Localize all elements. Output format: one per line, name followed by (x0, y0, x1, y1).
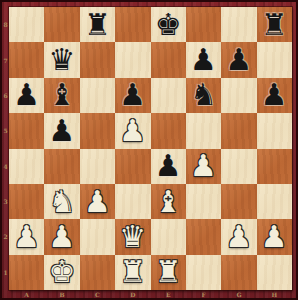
square-d5[interactable]: ♟ (115, 113, 150, 148)
piece-white-pawn[interactable]: ♟ (186, 149, 221, 184)
square-f4[interactable]: ♟ (186, 149, 221, 184)
square-h6[interactable]: ♟ (257, 78, 292, 113)
square-b7[interactable]: ♛ (44, 42, 79, 77)
square-a2[interactable]: ♟ (9, 219, 44, 254)
square-a7[interactable] (9, 42, 44, 77)
square-h5[interactable] (257, 113, 292, 148)
square-d2[interactable]: ♛ (115, 219, 150, 254)
square-f2[interactable] (186, 219, 221, 254)
square-c1[interactable] (80, 255, 115, 290)
square-e5[interactable] (151, 113, 186, 148)
chessboard-frame: 87654321 ABCDEFGH ♜♚♜♛♟♟♟♝♟♞♟♟♟♟♟♞♟♝♟♟♛♟… (0, 0, 298, 300)
square-f8[interactable] (186, 7, 221, 42)
square-h1[interactable] (257, 255, 292, 290)
piece-black-knight[interactable]: ♞ (186, 78, 221, 113)
square-f3[interactable] (186, 184, 221, 219)
square-g4[interactable] (221, 149, 256, 184)
file-labels: ABCDEFGH (9, 290, 292, 299)
square-b1[interactable]: ♚ (44, 255, 79, 290)
square-f5[interactable] (186, 113, 221, 148)
square-h4[interactable] (257, 149, 292, 184)
square-d4[interactable] (115, 149, 150, 184)
square-e2[interactable] (151, 219, 186, 254)
square-a5[interactable] (9, 113, 44, 148)
square-c7[interactable] (80, 42, 115, 77)
square-e7[interactable] (151, 42, 186, 77)
square-a4[interactable] (9, 149, 44, 184)
rank-label-7: 7 (2, 42, 9, 77)
piece-black-pawn[interactable]: ♟ (115, 78, 150, 113)
square-g7[interactable]: ♟ (221, 42, 256, 77)
piece-white-pawn[interactable]: ♟ (257, 219, 292, 254)
file-label-b: B (44, 290, 79, 299)
piece-white-queen[interactable]: ♛ (115, 219, 150, 254)
square-e4[interactable]: ♟ (151, 149, 186, 184)
file-label-c: C (80, 290, 115, 299)
square-f6[interactable]: ♞ (186, 78, 221, 113)
piece-white-pawn[interactable]: ♟ (44, 219, 79, 254)
square-g3[interactable] (221, 184, 256, 219)
piece-black-king[interactable]: ♚ (151, 7, 186, 42)
square-d7[interactable] (115, 42, 150, 77)
square-d3[interactable] (115, 184, 150, 219)
square-b2[interactable]: ♟ (44, 219, 79, 254)
square-g6[interactable] (221, 78, 256, 113)
rank-label-6: 6 (2, 78, 9, 113)
square-a3[interactable] (9, 184, 44, 219)
square-e3[interactable]: ♝ (151, 184, 186, 219)
file-label-a: A (9, 290, 44, 299)
piece-black-pawn[interactable]: ♟ (257, 78, 292, 113)
piece-white-pawn[interactable]: ♟ (80, 184, 115, 219)
file-label-f: F (186, 290, 221, 299)
square-e1[interactable]: ♜ (151, 255, 186, 290)
square-a1[interactable] (9, 255, 44, 290)
piece-black-pawn[interactable]: ♟ (186, 42, 221, 77)
square-a6[interactable]: ♟ (9, 78, 44, 113)
piece-white-rook[interactable]: ♜ (115, 255, 150, 290)
rank-label-8: 8 (2, 7, 9, 42)
chessboard[interactable]: ♜♚♜♛♟♟♟♝♟♞♟♟♟♟♟♞♟♝♟♟♛♟♟♚♜♜ (9, 7, 292, 290)
piece-white-pawn[interactable]: ♟ (115, 113, 150, 148)
square-d1[interactable]: ♜ (115, 255, 150, 290)
piece-black-queen[interactable]: ♛ (44, 42, 79, 77)
piece-black-pawn[interactable]: ♟ (221, 42, 256, 77)
rank-labels: 87654321 (2, 7, 9, 290)
piece-white-bishop[interactable]: ♝ (151, 184, 186, 219)
square-b6[interactable]: ♝ (44, 78, 79, 113)
file-label-h: H (257, 290, 292, 299)
square-g1[interactable] (221, 255, 256, 290)
file-label-d: D (115, 290, 150, 299)
square-a8[interactable] (9, 7, 44, 42)
rank-label-5: 5 (2, 113, 9, 148)
square-d6[interactable]: ♟ (115, 78, 150, 113)
file-label-e: E (151, 290, 186, 299)
rank-label-3: 3 (2, 184, 9, 219)
square-g2[interactable]: ♟ (221, 219, 256, 254)
piece-black-pawn[interactable]: ♟ (44, 113, 79, 148)
square-h8[interactable]: ♜ (257, 7, 292, 42)
piece-black-pawn[interactable]: ♟ (151, 149, 186, 184)
square-c2[interactable] (80, 219, 115, 254)
square-d8[interactable] (115, 7, 150, 42)
square-e8[interactable]: ♚ (151, 7, 186, 42)
piece-black-rook[interactable]: ♜ (257, 7, 292, 42)
rank-label-2: 2 (2, 219, 9, 254)
square-f7[interactable]: ♟ (186, 42, 221, 77)
piece-black-pawn[interactable]: ♟ (9, 78, 44, 113)
rank-label-4: 4 (2, 149, 9, 184)
piece-white-knight[interactable]: ♞ (44, 184, 79, 219)
file-label-g: G (221, 290, 256, 299)
piece-black-rook[interactable]: ♜ (80, 7, 115, 42)
square-c8[interactable]: ♜ (80, 7, 115, 42)
piece-white-rook[interactable]: ♜ (151, 255, 186, 290)
piece-white-king[interactable]: ♚ (44, 255, 79, 290)
piece-white-pawn[interactable]: ♟ (221, 219, 256, 254)
rank-label-1: 1 (2, 255, 9, 290)
square-b8[interactable] (44, 7, 79, 42)
piece-black-bishop[interactable]: ♝ (44, 78, 79, 113)
square-b3[interactable]: ♞ (44, 184, 79, 219)
square-h3[interactable] (257, 184, 292, 219)
piece-white-pawn[interactable]: ♟ (9, 219, 44, 254)
square-c5[interactable] (80, 113, 115, 148)
square-h7[interactable] (257, 42, 292, 77)
square-e6[interactable] (151, 78, 186, 113)
square-g8[interactable] (221, 7, 256, 42)
square-g5[interactable] (221, 113, 256, 148)
square-b4[interactable] (44, 149, 79, 184)
square-c6[interactable] (80, 78, 115, 113)
square-f1[interactable] (186, 255, 221, 290)
square-b5[interactable]: ♟ (44, 113, 79, 148)
square-c4[interactable] (80, 149, 115, 184)
square-h2[interactable]: ♟ (257, 219, 292, 254)
square-c3[interactable]: ♟ (80, 184, 115, 219)
